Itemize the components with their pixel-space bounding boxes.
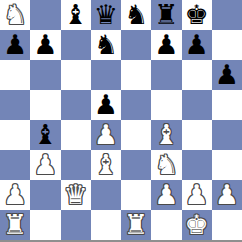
piece-black-pawn[interactable]: ♟ <box>94 91 118 118</box>
square-g3[interactable] <box>182 150 212 180</box>
square-h3[interactable] <box>212 150 242 180</box>
square-c5[interactable] <box>61 90 91 120</box>
piece-black-pawn[interactable]: ♟ <box>33 31 57 58</box>
square-e4[interactable] <box>121 120 151 150</box>
square-h7[interactable] <box>212 30 242 60</box>
square-d6[interactable] <box>91 60 121 90</box>
piece-black-pawn[interactable]: ♟ <box>215 61 239 88</box>
piece-black-pawn[interactable]: ♟ <box>185 31 209 58</box>
piece-white-knight[interactable]: ♞ <box>3 1 27 28</box>
piece-white-pawn[interactable]: ♟ <box>154 181 178 208</box>
square-h1[interactable] <box>212 210 242 240</box>
square-e1[interactable]: ♜ <box>121 210 151 240</box>
piece-white-rook[interactable]: ♜ <box>124 211 148 238</box>
piece-white-pawn[interactable]: ♟ <box>94 121 118 148</box>
square-f6[interactable] <box>151 60 181 90</box>
square-c4[interactable] <box>61 120 91 150</box>
square-a6[interactable] <box>0 60 30 90</box>
square-b3[interactable]: ♟ <box>30 150 60 180</box>
square-f8[interactable]: ♜ <box>151 0 181 30</box>
chess-board-container: ♞♝♛♞♜♚♟♟♞♟♟♟♟♝♟♝♟♝♞♟♛♟♟♟♜♜♚ <box>0 0 242 242</box>
piece-black-bishop[interactable]: ♝ <box>64 1 88 28</box>
square-g6[interactable] <box>182 60 212 90</box>
square-b4[interactable]: ♝ <box>30 120 60 150</box>
piece-black-rook[interactable]: ♜ <box>154 1 178 28</box>
square-e6[interactable] <box>121 60 151 90</box>
square-f7[interactable]: ♟ <box>151 30 181 60</box>
square-a7[interactable]: ♟ <box>0 30 30 60</box>
piece-white-pawn[interactable]: ♟ <box>33 151 57 178</box>
square-g7[interactable]: ♟ <box>182 30 212 60</box>
square-d3[interactable]: ♝ <box>91 150 121 180</box>
square-f5[interactable] <box>151 90 181 120</box>
square-a4[interactable] <box>0 120 30 150</box>
square-d2[interactable] <box>91 180 121 210</box>
square-a2[interactable]: ♟ <box>0 180 30 210</box>
square-f4[interactable]: ♝ <box>151 120 181 150</box>
square-f3[interactable]: ♞ <box>151 150 181 180</box>
square-c8[interactable]: ♝ <box>61 0 91 30</box>
square-b8[interactable] <box>30 0 60 30</box>
piece-white-bishop[interactable]: ♝ <box>94 151 118 178</box>
square-c7[interactable] <box>61 30 91 60</box>
square-a8[interactable]: ♞ <box>0 0 30 30</box>
square-g5[interactable] <box>182 90 212 120</box>
piece-white-bishop[interactable]: ♝ <box>154 121 178 148</box>
square-b6[interactable] <box>30 60 60 90</box>
square-h8[interactable] <box>212 0 242 30</box>
square-g8[interactable]: ♚ <box>182 0 212 30</box>
piece-white-pawn[interactable]: ♟ <box>215 181 239 208</box>
square-b5[interactable] <box>30 90 60 120</box>
piece-white-king[interactable]: ♚ <box>185 211 209 238</box>
square-d5[interactable]: ♟ <box>91 90 121 120</box>
square-e7[interactable] <box>121 30 151 60</box>
piece-black-pawn[interactable]: ♟ <box>154 31 178 58</box>
piece-white-pawn[interactable]: ♟ <box>3 181 27 208</box>
piece-black-pawn[interactable]: ♟ <box>3 31 27 58</box>
square-h4[interactable] <box>212 120 242 150</box>
square-d1[interactable] <box>91 210 121 240</box>
piece-black-knight[interactable]: ♞ <box>124 1 148 28</box>
piece-black-knight[interactable]: ♞ <box>94 31 118 58</box>
square-h5[interactable] <box>212 90 242 120</box>
square-b1[interactable] <box>30 210 60 240</box>
chess-board: ♞♝♛♞♜♚♟♟♞♟♟♟♟♝♟♝♟♝♞♟♛♟♟♟♜♜♚ <box>0 0 242 242</box>
square-c3[interactable] <box>61 150 91 180</box>
square-f2[interactable]: ♟ <box>151 180 181 210</box>
square-d4[interactable]: ♟ <box>91 120 121 150</box>
piece-white-knight[interactable]: ♞ <box>154 151 178 178</box>
piece-white-rook[interactable]: ♜ <box>3 211 27 238</box>
square-h6[interactable]: ♟ <box>212 60 242 90</box>
square-h2[interactable]: ♟ <box>212 180 242 210</box>
square-e8[interactable]: ♞ <box>121 0 151 30</box>
piece-black-queen[interactable]: ♛ <box>94 1 118 28</box>
square-b7[interactable]: ♟ <box>30 30 60 60</box>
piece-white-queen[interactable]: ♛ <box>64 181 88 208</box>
square-c1[interactable] <box>61 210 91 240</box>
piece-black-bishop[interactable]: ♝ <box>33 121 57 148</box>
square-g4[interactable] <box>182 120 212 150</box>
square-c6[interactable] <box>61 60 91 90</box>
square-g2[interactable]: ♟ <box>182 180 212 210</box>
piece-white-pawn[interactable]: ♟ <box>185 181 209 208</box>
square-a3[interactable] <box>0 150 30 180</box>
square-e2[interactable] <box>121 180 151 210</box>
square-g1[interactable]: ♚ <box>182 210 212 240</box>
square-e5[interactable] <box>121 90 151 120</box>
square-c2[interactable]: ♛ <box>61 180 91 210</box>
square-e3[interactable] <box>121 150 151 180</box>
square-b2[interactable] <box>30 180 60 210</box>
square-a1[interactable]: ♜ <box>0 210 30 240</box>
square-d8[interactable]: ♛ <box>91 0 121 30</box>
piece-black-king[interactable]: ♚ <box>185 1 209 28</box>
square-d7[interactable]: ♞ <box>91 30 121 60</box>
square-f1[interactable] <box>151 210 181 240</box>
square-a5[interactable] <box>0 90 30 120</box>
